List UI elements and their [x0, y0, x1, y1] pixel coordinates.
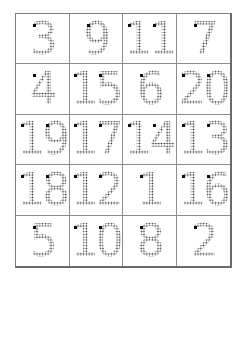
trace-number: 10: [71, 219, 121, 263]
trace-number: 20: [178, 67, 228, 111]
trace-number: 17: [71, 117, 121, 161]
trace-number: 13: [178, 117, 228, 161]
trace-number: 4: [30, 67, 55, 111]
trace-number: 3: [30, 17, 55, 61]
number-cell: 10: [70, 216, 124, 266]
trace-number: 12: [71, 168, 121, 212]
trace-number: 9: [83, 17, 108, 61]
trace-number: 14: [124, 117, 174, 161]
number-cell: 11: [123, 14, 177, 64]
trace-number: 2: [191, 219, 216, 263]
number-cell: 8: [123, 216, 177, 266]
trace-number: 19: [17, 117, 67, 161]
number-cell: 19: [16, 115, 70, 165]
number-cell: 2: [177, 216, 231, 266]
trace-number: 16: [178, 168, 228, 212]
number-cell: 17: [70, 115, 124, 165]
trace-number: 18: [17, 168, 67, 212]
number-grid: 3 9 11 7 4 15 6 20 19 17 14 13 18 12 1 1…: [15, 13, 232, 268]
number-cell: 6: [123, 64, 177, 114]
number-cell: 14: [123, 115, 177, 165]
number-cell: 16: [177, 165, 231, 215]
number-cell: 4: [16, 64, 70, 114]
number-cell: 13: [177, 115, 231, 165]
number-cell: 20: [177, 64, 231, 114]
number-cell: 18: [16, 165, 70, 215]
number-cell: 1: [123, 165, 177, 215]
number-cell: 9: [70, 14, 124, 64]
trace-number: 8: [137, 219, 162, 263]
number-cell: 5: [16, 216, 70, 266]
number-cell: 7: [177, 14, 231, 64]
trace-number: 6: [137, 67, 162, 111]
trace-number: 11: [124, 17, 174, 61]
number-cell: 15: [70, 64, 124, 114]
trace-number: 15: [71, 67, 121, 111]
trace-number: 5: [30, 219, 55, 263]
number-cell: 12: [70, 165, 124, 215]
number-cell: 3: [16, 14, 70, 64]
trace-number: 7: [191, 17, 216, 61]
trace-number: 1: [137, 168, 162, 212]
